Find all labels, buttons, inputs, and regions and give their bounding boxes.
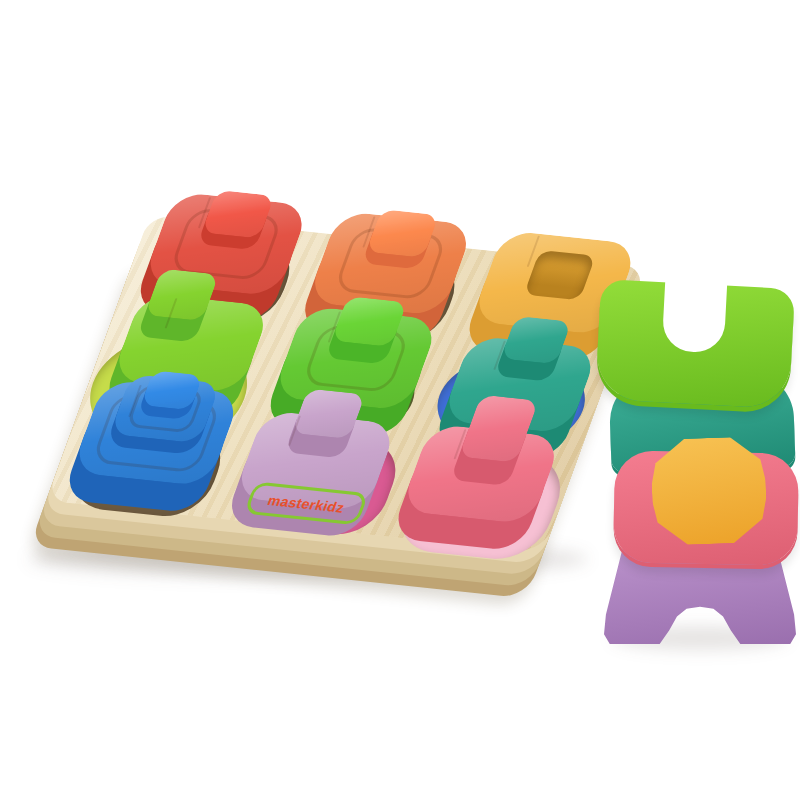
- piece-blue-insert[interactable]: [141, 370, 203, 410]
- yellow-ring-hole: [524, 250, 596, 300]
- board-cell-r3c1-blue: [62, 408, 233, 510]
- product-photo-stage: masterkidz: [0, 0, 800, 800]
- brand-logo-text: masterkidz: [266, 492, 347, 515]
- lime-u-notch: [662, 272, 728, 353]
- sorter-board: masterkidz: [46, 215, 647, 553]
- tower-piece-lime-u[interactable]: [595, 279, 795, 409]
- piece-blue-middle-ring[interactable]: [110, 374, 221, 443]
- piece-red-insert[interactable]: [201, 190, 274, 239]
- board-cell-r3c3-coral: [393, 443, 564, 545]
- piece-orange-insert[interactable]: [366, 209, 439, 258]
